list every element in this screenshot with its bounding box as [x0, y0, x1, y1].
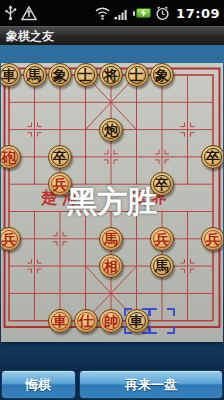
piece-black-cannon[interactable]: 炮 [99, 118, 123, 142]
piece-red-chariot[interactable]: 車 [48, 309, 72, 333]
piece-black-soldier[interactable]: 卒 [201, 145, 223, 169]
piece-glyph: 卒 [155, 177, 169, 191]
restart-button[interactable]: 再来一盘 [79, 370, 223, 399]
piece-glyph: 砲 [2, 149, 16, 163]
piece-black-elephant[interactable]: 象 [150, 63, 174, 87]
piece-red-advisor[interactable]: 仕 [74, 309, 98, 333]
piece-glyph: 将 [104, 68, 118, 82]
piece-glyph: 帥 [104, 313, 118, 327]
game-area: 楚河 漢界 車馬象士将士象炮砲卒卒兵卒兵馬兵兵相馬車仕帥車 黑方胜 [0, 45, 224, 369]
piece-red-horse[interactable]: 馬 [99, 227, 123, 251]
piece-glyph: 兵 [155, 231, 169, 245]
update-triangle-icon [21, 6, 37, 21]
result-text: 黑方胜 [67, 182, 157, 223]
piece-red-general[interactable]: 帥 [99, 309, 123, 333]
wifi-icon [95, 7, 110, 20]
status-clock: 17:09 [176, 6, 220, 21]
piece-glyph: 卒 [206, 149, 220, 163]
status-left-icons [4, 5, 37, 21]
piece-black-soldier[interactable]: 卒 [48, 145, 72, 169]
piece-black-horse[interactable]: 馬 [150, 254, 174, 278]
piece-glyph: 象 [53, 68, 67, 82]
app-screen: 17:09 象棋之友 楚河 漢界 車馬象士将士象炮砲卒卒兵卒兵馬兵兵相馬車仕帥車… [0, 0, 224, 400]
xiangqi-board[interactable]: 楚河 漢界 車馬象士将士象炮砲卒卒兵卒兵馬兵兵相馬車仕帥車 黑方胜 [1, 63, 223, 342]
piece-glyph: 士 [79, 68, 93, 82]
piece-red-soldier[interactable]: 兵 [150, 227, 174, 251]
undo-button[interactable]: 悔棋 [1, 370, 76, 399]
piece-glyph: 仕 [79, 313, 93, 327]
piece-black-elephant[interactable]: 象 [48, 63, 72, 87]
piece-black-general[interactable]: 将 [99, 63, 123, 87]
piece-glyph: 馬 [28, 68, 42, 82]
title-bar: 象棋之友 [0, 26, 224, 45]
piece-glyph: 象 [155, 68, 169, 82]
battery-icon [133, 8, 151, 18]
piece-glyph: 兵 [2, 231, 16, 245]
piece-glyph: 馬 [155, 259, 169, 273]
piece-glyph: 車 [130, 313, 144, 327]
battery-charging-bolt-icon [140, 9, 147, 17]
piece-glyph: 兵 [53, 177, 67, 191]
status-bar: 17:09 [0, 0, 224, 26]
piece-glyph: 炮 [104, 122, 118, 136]
piece-black-advisor[interactable]: 士 [74, 63, 98, 87]
piece-glyph: 卒 [53, 149, 67, 163]
button-bar: 悔棋 再来一盘 [0, 369, 224, 400]
piece-glyph: 兵 [206, 231, 220, 245]
piece-red-soldier[interactable]: 兵 [201, 227, 223, 251]
piece-glyph: 車 [53, 313, 67, 327]
alarm-clock-icon [155, 6, 170, 21]
piece-glyph: 車 [2, 68, 16, 82]
piece-red-elephant[interactable]: 相 [99, 254, 123, 278]
piece-black-advisor[interactable]: 士 [125, 63, 149, 87]
piece-glyph: 馬 [104, 231, 118, 245]
piece-black-horse[interactable]: 馬 [23, 63, 47, 87]
last-move-bracket [149, 308, 175, 334]
status-right-icons: 17:09 [95, 6, 220, 21]
app-title: 象棋之友 [6, 28, 54, 45]
piece-glyph: 士 [130, 68, 144, 82]
signal-strength-icon [114, 7, 129, 20]
usb-icon [4, 5, 17, 21]
piece-black-chariot[interactable]: 車 [125, 309, 149, 333]
piece-glyph: 相 [104, 259, 118, 273]
